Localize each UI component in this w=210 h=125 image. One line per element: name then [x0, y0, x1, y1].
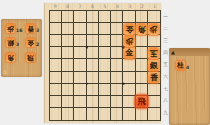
gote-hand-piece-金[interactable]: 金 [26, 38, 35, 47]
gote-hand-piece-銀[interactable]: 銀 [6, 38, 15, 47]
board-square[interactable] [87, 47, 99, 59]
board-square[interactable] [62, 96, 74, 108]
gote-hand-count-歩: 16 [16, 28, 22, 33]
board-square[interactable] [87, 96, 99, 108]
board-square[interactable] [50, 35, 62, 47]
board-square[interactable] [136, 84, 148, 96]
board-square[interactable] [50, 59, 62, 71]
gote-hand-count-銀: 3 [16, 42, 19, 47]
board-square[interactable] [74, 108, 86, 120]
board-square[interactable] [99, 96, 111, 108]
board-square[interactable] [123, 59, 135, 71]
gote-hand-count-金: 2 [36, 42, 39, 47]
board-square[interactable] [50, 72, 62, 84]
sente-stand-header [169, 48, 210, 56]
board-square[interactable] [99, 72, 111, 84]
board-square[interactable] [62, 47, 74, 59]
board-square[interactable] [136, 72, 148, 84]
board-square[interactable] [87, 108, 99, 120]
board-square[interactable] [99, 108, 111, 120]
board-square[interactable] [99, 11, 111, 23]
board-square[interactable] [62, 23, 74, 35]
board-square[interactable] [50, 23, 62, 35]
board-square[interactable] [99, 59, 111, 71]
board-square[interactable] [87, 35, 99, 47]
board-square[interactable] [148, 84, 160, 96]
board-square[interactable] [50, 11, 62, 23]
gote-marker: △ [3, 69, 7, 74]
gote-hand-piece-角[interactable]: 角 [6, 53, 15, 62]
board-square[interactable] [111, 96, 123, 108]
board-square[interactable] [111, 59, 123, 71]
board-square[interactable] [74, 47, 86, 59]
board-square[interactable] [148, 11, 160, 23]
sente-hand-stand: ▲ 桂4 [169, 48, 210, 125]
board-square[interactable] [136, 35, 148, 47]
shogi-piece-3三[interactable]: 歩 [124, 36, 135, 47]
board-square[interactable] [123, 96, 135, 108]
board-square[interactable] [87, 84, 99, 96]
board-square[interactable] [62, 84, 74, 96]
shogi-piece-1六[interactable]: 香 [148, 72, 159, 83]
board-square[interactable] [136, 11, 148, 23]
shogi-app: △ 歩16香3銀3金2角飛 987654321 金角歩歩金玉銀香飛 一二三四五六… [0, 0, 210, 125]
rank-label: 九 [162, 107, 169, 119]
board-square[interactable] [87, 11, 99, 23]
board-square[interactable] [136, 47, 148, 59]
shogi-piece-2八[interactable]: 飛 [136, 96, 147, 107]
board-square[interactable] [111, 108, 123, 120]
rank-coordinates: 一二三四五六七八九 [162, 10, 169, 119]
board-square[interactable] [123, 72, 135, 84]
rank-label: 四 [162, 46, 169, 58]
board-square[interactable] [74, 84, 86, 96]
gote-hand-count-香: 3 [36, 28, 39, 33]
rank-label: 二 [162, 22, 169, 34]
shogi-piece-1二[interactable]: 歩 [148, 24, 159, 35]
board-square[interactable] [99, 47, 111, 59]
board-square[interactable] [111, 47, 123, 59]
board-square[interactable] [87, 72, 99, 84]
board-square[interactable] [99, 23, 111, 35]
board-square[interactable] [50, 96, 62, 108]
board-square[interactable] [74, 23, 86, 35]
shogi-piece-3二[interactable]: 金 [124, 24, 135, 35]
board-square[interactable] [50, 108, 62, 120]
board-square[interactable] [123, 108, 135, 120]
shogi-piece-1四[interactable]: 玉 [148, 48, 159, 59]
rank-label: 三 [162, 34, 169, 46]
sente-marker: ▲ [171, 50, 175, 55]
rank-label: 八 [162, 95, 169, 107]
gote-hand-piece-歩[interactable]: 歩 [6, 24, 15, 33]
board-square[interactable] [50, 47, 62, 59]
board-square[interactable] [148, 96, 160, 108]
board-square[interactable] [74, 59, 86, 71]
board-square[interactable] [74, 11, 86, 23]
board-panel: 987654321 金角歩歩金玉銀香飛 [44, 3, 161, 123]
board-square[interactable] [87, 59, 99, 71]
gote-hand-piece-香[interactable]: 香 [26, 24, 35, 33]
board-square[interactable] [99, 35, 111, 47]
board-square[interactable] [74, 96, 86, 108]
board-square[interactable] [50, 84, 62, 96]
rank-label: 五 [162, 58, 169, 70]
board-grid: 金角歩歩金玉銀香飛 [49, 10, 161, 121]
board-square[interactable] [136, 59, 148, 71]
board-square[interactable] [111, 23, 123, 35]
shogi-piece-1五[interactable]: 銀 [148, 60, 159, 71]
board-square[interactable] [148, 108, 160, 120]
sente-hand-piece-桂[interactable]: 桂 [176, 61, 185, 70]
board-square[interactable] [87, 23, 99, 35]
shogi-piece-2二[interactable]: 角 [136, 24, 147, 35]
shogi-piece-3四[interactable]: 金 [124, 48, 135, 59]
rank-label: 一 [162, 10, 169, 22]
board-square[interactable] [148, 35, 160, 47]
board-square[interactable] [62, 72, 74, 84]
rank-label: 六 [162, 71, 169, 83]
board-square[interactable] [123, 84, 135, 96]
board-square[interactable] [99, 84, 111, 96]
board-square[interactable] [111, 11, 123, 23]
board-square[interactable] [123, 11, 135, 23]
sente-hand-count-桂: 4 [186, 65, 189, 70]
board-square[interactable] [62, 11, 74, 23]
board-square[interactable] [136, 108, 148, 120]
gote-hand-piece-飛[interactable]: 飛 [26, 53, 35, 62]
board-square[interactable] [62, 108, 74, 120]
board-square[interactable] [111, 84, 123, 96]
rank-label: 七 [162, 83, 169, 95]
gote-hand-stand: △ 歩16香3銀3金2角飛 [1, 19, 42, 77]
board-square[interactable] [62, 59, 74, 71]
board-square[interactable] [62, 35, 74, 47]
